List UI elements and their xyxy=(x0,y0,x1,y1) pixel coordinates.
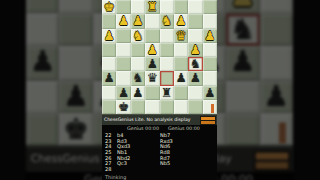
white-pawn-c2: ♟ xyxy=(175,14,186,28)
square-e8[interactable] xyxy=(145,100,159,114)
square-h3[interactable]: ♟ xyxy=(102,29,116,43)
square-b6: ♟ xyxy=(226,47,259,80)
square-h8[interactable] xyxy=(102,100,116,114)
move-row-28[interactable]: 28 xyxy=(102,167,217,173)
black-pawn-g7: ♟ xyxy=(63,80,89,112)
square-h6[interactable]: ♟ xyxy=(102,71,116,85)
square-g7[interactable]: ♟ xyxy=(116,86,130,100)
square-g1[interactable] xyxy=(116,0,130,14)
square-a1[interactable] xyxy=(203,0,217,14)
square-e5[interactable]: ♟ xyxy=(145,57,159,71)
square-g6 xyxy=(59,47,92,80)
black-pawn-b6: ♟ xyxy=(190,71,201,85)
square-c4[interactable] xyxy=(174,43,188,57)
white-rook-e1: ♜ xyxy=(147,0,158,14)
black-knight-f6: ♞ xyxy=(132,71,143,85)
black-pawn-h6: ♟ xyxy=(30,47,56,79)
white-king-h1: ♚ xyxy=(104,0,115,14)
black-pawn-b6: ♟ xyxy=(230,47,256,79)
white-pawn-b4: ♟ xyxy=(190,43,201,57)
brand-badge[interactable] xyxy=(200,116,216,125)
square-d3[interactable] xyxy=(160,29,174,43)
brand-badge xyxy=(253,150,290,171)
square-f7[interactable]: ♟ xyxy=(131,86,145,100)
square-c3[interactable]: ♛ xyxy=(174,29,188,43)
square-h7[interactable] xyxy=(102,86,116,100)
white-pawn-e4: ♟ xyxy=(147,43,158,57)
square-e4[interactable]: ♟ xyxy=(145,43,159,57)
black-pawn-f7: ♟ xyxy=(132,86,143,100)
square-e1[interactable]: ♜ xyxy=(145,0,159,14)
square-b4: ♟ xyxy=(226,0,259,13)
square-d1[interactable] xyxy=(160,0,174,14)
badge-line-icon xyxy=(256,162,288,168)
square-d5[interactable] xyxy=(160,57,174,71)
square-g5[interactable] xyxy=(116,57,130,71)
square-b3[interactable] xyxy=(188,29,202,43)
square-f3[interactable]: ♞ xyxy=(131,29,145,43)
square-a5[interactable] xyxy=(203,57,217,71)
black-pawn-a7: ♟ xyxy=(263,80,289,112)
badge-line-icon xyxy=(256,154,288,160)
square-g8[interactable]: ♚ xyxy=(116,100,130,114)
square-b8 xyxy=(226,113,259,146)
square-b7 xyxy=(226,80,259,113)
black-knight-b5: ♞ xyxy=(230,14,256,46)
square-a5 xyxy=(260,13,293,46)
badge-line-icon xyxy=(201,117,215,120)
black-king-g8: ♚ xyxy=(63,113,89,145)
white-pawn-a3: ♟ xyxy=(204,29,215,43)
square-g4[interactable] xyxy=(116,43,130,57)
white-pawn-g2: ♟ xyxy=(118,14,129,28)
square-c6[interactable]: ♟ xyxy=(174,71,188,85)
square-d8[interactable] xyxy=(160,100,174,114)
square-h8 xyxy=(26,113,59,146)
square-g2[interactable]: ♟ xyxy=(116,14,130,28)
square-g5 xyxy=(59,13,92,46)
square-a7: ♟ xyxy=(260,80,293,113)
move-list[interactable]: 22b4Nb723Rd3Rxd324Qxd3Nd625Nb1Rd826Nbd2R… xyxy=(102,133,217,173)
black-king-g8: ♚ xyxy=(118,100,129,114)
square-f2[interactable]: ♟ xyxy=(131,14,145,28)
square-f8[interactable] xyxy=(131,100,145,114)
square-c1[interactable] xyxy=(174,0,188,14)
black-move xyxy=(160,167,217,173)
square-a3[interactable]: ♟ xyxy=(203,29,217,43)
square-g8: ♚ xyxy=(59,113,92,146)
square-h5[interactable] xyxy=(102,57,116,71)
white-pawn-h3: ♟ xyxy=(104,29,115,43)
square-f6[interactable]: ♞ xyxy=(131,71,145,85)
square-h2[interactable] xyxy=(102,14,116,28)
square-h6: ♟ xyxy=(26,47,59,80)
square-g4 xyxy=(59,0,92,13)
square-e3[interactable] xyxy=(145,29,159,43)
engine-status: Thinking xyxy=(102,173,217,180)
square-f4[interactable] xyxy=(131,43,145,57)
square-b4[interactable]: ♟ xyxy=(188,43,202,57)
square-b2[interactable] xyxy=(188,14,202,28)
black-player-clock: Genius 00:00 xyxy=(168,126,200,131)
square-f5[interactable] xyxy=(131,57,145,71)
black-queen-e6: ♛ xyxy=(147,71,158,85)
square-f1[interactable] xyxy=(131,0,145,14)
square-g6[interactable] xyxy=(116,71,130,85)
square-g3[interactable] xyxy=(116,29,130,43)
square-b6[interactable]: ♟ xyxy=(188,71,202,85)
square-b7[interactable] xyxy=(188,86,202,100)
white-pawn-b4: ♟ xyxy=(230,0,256,13)
black-pawn-c6: ♟ xyxy=(175,71,186,85)
black-knight-b5: ♞ xyxy=(190,57,201,71)
black-pawn-h6: ♟ xyxy=(104,71,115,85)
chess-app-screen: ♚♜♟♟♞♟♟♞♛♟♟♟♟♞♟♞♛♟♟♟♟♜♟♚ ChessGenius Lit… xyxy=(102,0,217,180)
scroll-indicator[interactable] xyxy=(211,104,214,113)
square-a4 xyxy=(260,0,293,13)
square-h5 xyxy=(26,13,59,46)
square-c5[interactable] xyxy=(174,57,188,71)
square-c2[interactable]: ♟ xyxy=(174,14,188,28)
square-b1[interactable] xyxy=(188,0,202,14)
square-d7[interactable]: ♜ xyxy=(160,86,174,100)
square-a8[interactable] xyxy=(203,100,217,114)
square-e6[interactable]: ♛ xyxy=(145,71,159,85)
square-e7[interactable] xyxy=(145,86,159,100)
white-move xyxy=(117,167,160,173)
square-h1[interactable]: ♚ xyxy=(102,0,116,14)
info-panel: ChessGenius Lite. No analysis display Ge… xyxy=(102,114,217,180)
square-b8[interactable] xyxy=(188,100,202,114)
app-header-bar: ChessGenius Lite. No analysis display xyxy=(102,114,217,125)
square-b5[interactable]: ♞ xyxy=(188,57,202,71)
badge-line-icon xyxy=(201,121,215,124)
square-a6 xyxy=(260,47,293,80)
square-d4[interactable] xyxy=(160,43,174,57)
black-pawn-a7: ♟ xyxy=(204,86,215,100)
square-d6[interactable] xyxy=(160,71,174,85)
square-a7[interactable]: ♟ xyxy=(203,86,217,100)
video-frame: ♚♜♟♟♞♟♟♞♛♟♟♟♟♞♟♞♛♟♟♟♟♜♟♚ ChessGenius Lit… xyxy=(0,0,320,180)
scroll-indicator xyxy=(279,122,286,143)
square-e2[interactable] xyxy=(145,14,159,28)
square-g7: ♟ xyxy=(59,80,92,113)
square-h4[interactable] xyxy=(102,43,116,57)
square-a2[interactable] xyxy=(203,14,217,28)
white-knight-d2: ♞ xyxy=(161,14,172,28)
square-a8 xyxy=(260,113,293,146)
square-c8[interactable] xyxy=(174,100,188,114)
square-b5: ♞ xyxy=(226,13,259,46)
app-title: ChessGenius Lite. No analysis display xyxy=(104,117,191,122)
square-h7 xyxy=(26,80,59,113)
white-knight-f3: ♞ xyxy=(132,29,143,43)
move-number: 28 xyxy=(105,167,117,173)
black-rook-d7: ♜ xyxy=(161,86,172,100)
square-c7[interactable] xyxy=(174,86,188,100)
white-pawn-f2: ♟ xyxy=(132,14,143,28)
square-h4 xyxy=(26,0,59,13)
black-pawn-e5: ♟ xyxy=(147,57,158,71)
white-queen-c3: ♛ xyxy=(175,29,186,43)
square-a4[interactable] xyxy=(203,43,217,57)
chess-board: ♚♜♟♟♞♟♟♞♛♟♟♟♟♞♟♞♛♟♟♟♟♜♟♚ xyxy=(102,0,217,114)
square-d2[interactable]: ♞ xyxy=(160,14,174,28)
white-player-clock: Genius 00:00 xyxy=(127,126,159,131)
square-a6[interactable] xyxy=(203,71,217,85)
black-pawn-g7: ♟ xyxy=(118,86,129,100)
